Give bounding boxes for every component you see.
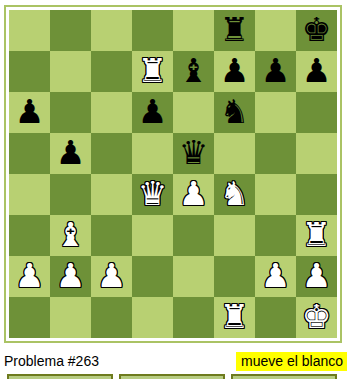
piece-black-pawn-f7[interactable]: ♟ <box>220 54 250 87</box>
square-f4[interactable]: ♞ <box>214 174 255 215</box>
square-f7[interactable]: ♟ <box>214 51 255 92</box>
square-c1[interactable] <box>91 297 132 338</box>
square-c4[interactable] <box>91 174 132 215</box>
square-c7[interactable] <box>91 51 132 92</box>
square-c8[interactable] <box>91 10 132 51</box>
piece-white-knight-f4[interactable]: ♞ <box>220 177 250 210</box>
square-h1[interactable]: ♚ <box>296 297 337 338</box>
square-a8[interactable] <box>9 10 50 51</box>
square-e6[interactable] <box>173 92 214 133</box>
answer-button-2[interactable] <box>119 374 225 379</box>
square-a5[interactable] <box>9 133 50 174</box>
answer-button-3[interactable] <box>231 374 337 379</box>
square-f5[interactable] <box>214 133 255 174</box>
square-g7[interactable]: ♟ <box>255 51 296 92</box>
square-a3[interactable] <box>9 215 50 256</box>
piece-white-pawn-e4[interactable]: ♟ <box>179 177 209 210</box>
piece-white-queen-d4[interactable]: ♛ <box>138 177 168 210</box>
piece-white-pawn-a2[interactable]: ♟ <box>15 259 45 292</box>
square-d6[interactable]: ♟ <box>132 92 173 133</box>
square-g8[interactable] <box>255 10 296 51</box>
square-e8[interactable] <box>173 10 214 51</box>
square-d7[interactable]: ♜ <box>132 51 173 92</box>
square-h8[interactable]: ♚ <box>296 10 337 51</box>
side-to-move-badge: mueve el blanco <box>236 352 347 371</box>
square-a1[interactable] <box>9 297 50 338</box>
square-g1[interactable] <box>255 297 296 338</box>
square-b8[interactable] <box>50 10 91 51</box>
piece-black-pawn-b5[interactable]: ♟ <box>56 136 86 169</box>
square-d2[interactable] <box>132 256 173 297</box>
square-a7[interactable] <box>9 51 50 92</box>
piece-black-pawn-d6[interactable]: ♟ <box>138 95 168 128</box>
square-f1[interactable]: ♜ <box>214 297 255 338</box>
square-h2[interactable]: ♟ <box>296 256 337 297</box>
piece-white-rook-h3[interactable]: ♜ <box>302 218 332 251</box>
square-c6[interactable] <box>91 92 132 133</box>
bottom-buttons <box>0 374 347 379</box>
chess-board-frame: ♜♚♜♝♟♟♟♟♟♞♟♛♛♟♞♝♜♟♟♟♟♟♜♚ <box>4 5 342 343</box>
square-a6[interactable]: ♟ <box>9 92 50 133</box>
problem-number-label: Problema #263 <box>4 353 99 369</box>
square-b4[interactable] <box>50 174 91 215</box>
square-b6[interactable] <box>50 92 91 133</box>
square-d4[interactable]: ♛ <box>132 174 173 215</box>
piece-white-rook-f1[interactable]: ♜ <box>220 300 250 333</box>
square-d3[interactable] <box>132 215 173 256</box>
square-g2[interactable]: ♟ <box>255 256 296 297</box>
piece-black-knight-f6[interactable]: ♞ <box>220 95 250 128</box>
square-a2[interactable]: ♟ <box>9 256 50 297</box>
square-a4[interactable] <box>9 174 50 215</box>
square-h6[interactable] <box>296 92 337 133</box>
square-f8[interactable]: ♜ <box>214 10 255 51</box>
square-g6[interactable] <box>255 92 296 133</box>
square-b1[interactable] <box>50 297 91 338</box>
piece-white-king-h1[interactable]: ♚ <box>302 300 332 333</box>
square-b3[interactable]: ♝ <box>50 215 91 256</box>
chess-board: ♜♚♜♝♟♟♟♟♟♞♟♛♛♟♞♝♜♟♟♟♟♟♜♚ <box>9 10 337 338</box>
piece-white-pawn-b2[interactable]: ♟ <box>56 259 86 292</box>
piece-black-king-h8[interactable]: ♚ <box>302 13 332 46</box>
square-b5[interactable]: ♟ <box>50 133 91 174</box>
square-b7[interactable] <box>50 51 91 92</box>
square-h3[interactable]: ♜ <box>296 215 337 256</box>
square-g5[interactable] <box>255 133 296 174</box>
caption-row: Problema #263 mueve el blanco <box>0 352 347 370</box>
square-e5[interactable]: ♛ <box>173 133 214 174</box>
square-c2[interactable]: ♟ <box>91 256 132 297</box>
square-d5[interactable] <box>132 133 173 174</box>
piece-black-bishop-e7[interactable]: ♝ <box>179 54 209 87</box>
square-e7[interactable]: ♝ <box>173 51 214 92</box>
square-e1[interactable] <box>173 297 214 338</box>
piece-black-pawn-g7[interactable]: ♟ <box>261 54 291 87</box>
square-h7[interactable]: ♟ <box>296 51 337 92</box>
square-e4[interactable]: ♟ <box>173 174 214 215</box>
square-b2[interactable]: ♟ <box>50 256 91 297</box>
piece-black-rook-f8[interactable]: ♜ <box>220 13 250 46</box>
square-g3[interactable] <box>255 215 296 256</box>
square-d1[interactable] <box>132 297 173 338</box>
piece-white-pawn-h2[interactable]: ♟ <box>302 259 332 292</box>
square-f2[interactable] <box>214 256 255 297</box>
square-h5[interactable] <box>296 133 337 174</box>
square-e2[interactable] <box>173 256 214 297</box>
square-e3[interactable] <box>173 215 214 256</box>
square-c3[interactable] <box>91 215 132 256</box>
piece-black-queen-e5[interactable]: ♛ <box>179 136 209 169</box>
square-c5[interactable] <box>91 133 132 174</box>
piece-white-rook-d7[interactable]: ♜ <box>138 54 168 87</box>
square-g4[interactable] <box>255 174 296 215</box>
piece-white-pawn-g2[interactable]: ♟ <box>261 259 291 292</box>
square-h4[interactable] <box>296 174 337 215</box>
piece-black-pawn-a6[interactable]: ♟ <box>15 95 45 128</box>
answer-button-1[interactable] <box>7 374 113 379</box>
square-f6[interactable]: ♞ <box>214 92 255 133</box>
piece-black-pawn-h7[interactable]: ♟ <box>302 54 332 87</box>
piece-white-pawn-c2[interactable]: ♟ <box>97 259 127 292</box>
square-d8[interactable] <box>132 10 173 51</box>
square-f3[interactable] <box>214 215 255 256</box>
piece-white-bishop-b3[interactable]: ♝ <box>56 218 86 251</box>
